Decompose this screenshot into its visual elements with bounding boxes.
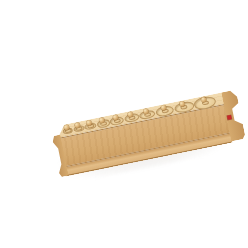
knob-7 bbox=[142, 108, 148, 114]
knob-1 bbox=[63, 124, 69, 130]
knob-4 bbox=[98, 117, 104, 123]
red-dot-sticker bbox=[227, 115, 232, 120]
knob-9 bbox=[179, 101, 185, 107]
knob-5 bbox=[112, 114, 118, 120]
knob-8 bbox=[160, 105, 166, 111]
knob-6 bbox=[127, 111, 133, 117]
knob-2 bbox=[74, 122, 80, 128]
knob-3 bbox=[86, 120, 92, 126]
product-photo bbox=[0, 0, 248, 248]
knob-10 bbox=[200, 96, 206, 102]
